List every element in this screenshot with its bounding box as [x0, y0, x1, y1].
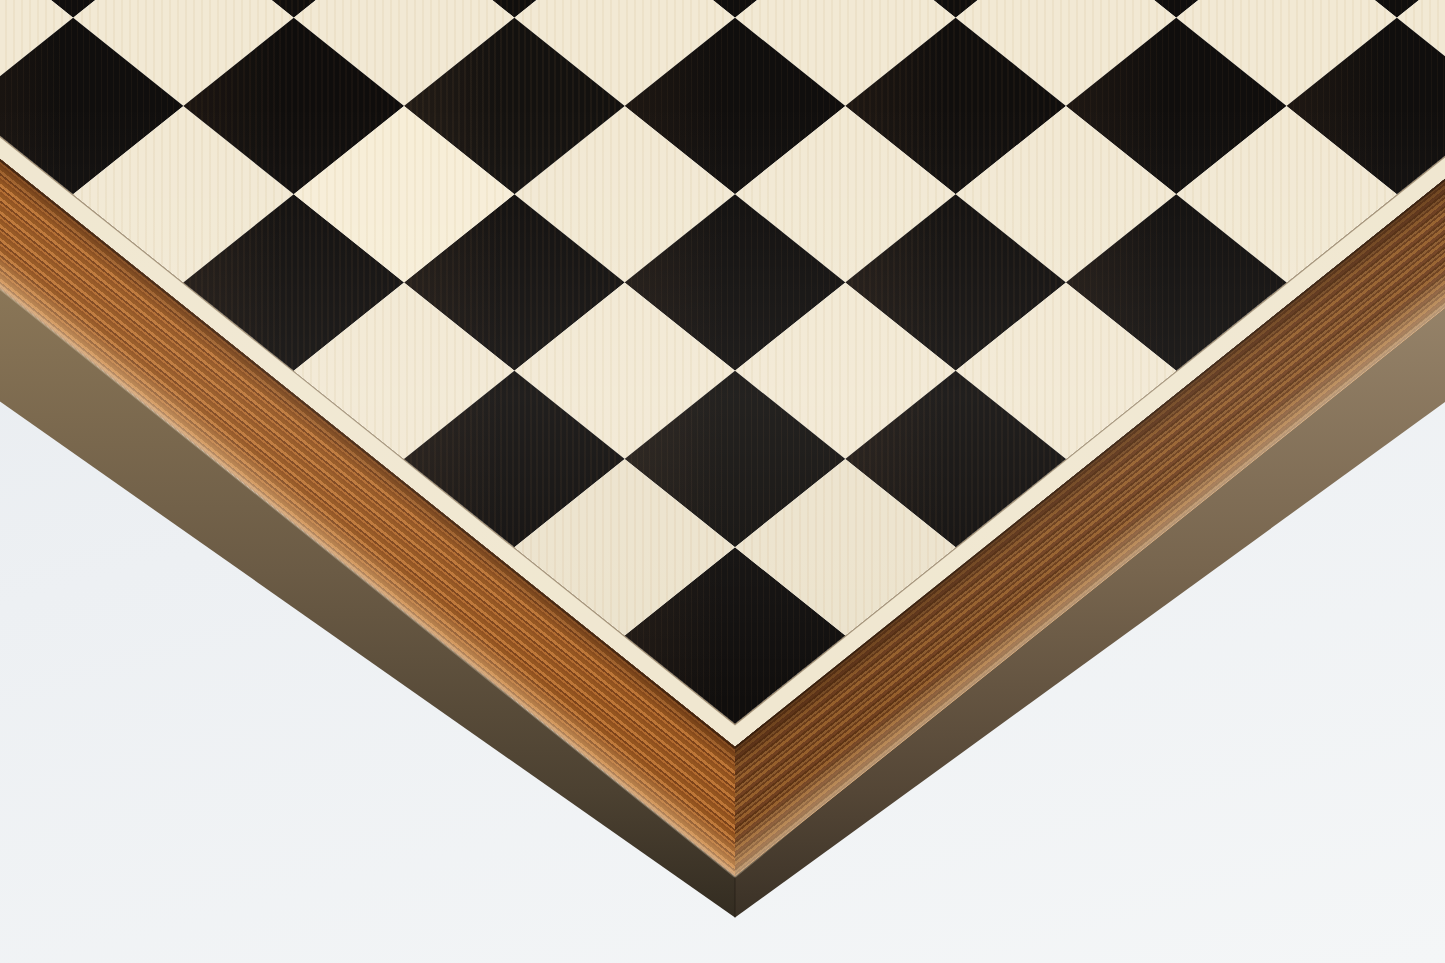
chessboard-photo — [0, 0, 1445, 963]
